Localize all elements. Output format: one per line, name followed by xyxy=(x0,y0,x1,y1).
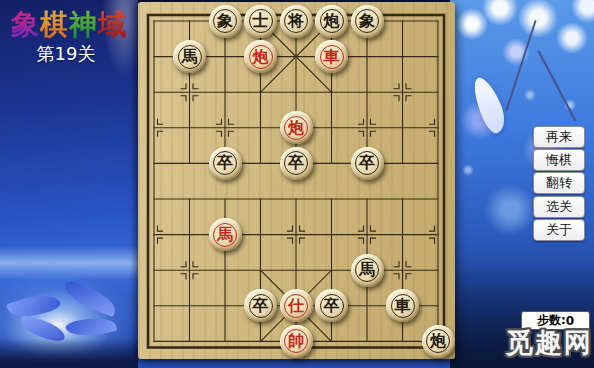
app-title: 象棋神域 xyxy=(4,6,134,44)
piece-ring: 車 xyxy=(391,294,415,318)
piece-character: 車 xyxy=(395,297,411,313)
piece-character: 象 xyxy=(359,13,375,29)
piece-black-general[interactable]: 将 xyxy=(280,5,313,38)
piece-black-advisor[interactable]: 士 xyxy=(244,5,277,38)
piece-black-elephant[interactable]: 象 xyxy=(351,5,384,38)
piece-ring: 卒 xyxy=(284,151,308,175)
piece-ring: 炮 xyxy=(320,9,344,33)
title-char: 神 xyxy=(69,8,98,41)
watermark: 觅趣网 xyxy=(506,325,593,361)
piece-black-cannon[interactable]: 炮 xyxy=(422,325,455,358)
piece-red-general[interactable]: 帥 xyxy=(280,325,313,358)
piece-character: 炮 xyxy=(253,48,269,64)
piece-character: 馬 xyxy=(182,48,198,64)
piece-red-advisor[interactable]: 仕 xyxy=(280,289,313,322)
piece-red-horse[interactable]: 馬 xyxy=(209,218,242,251)
piece-red-chariot[interactable]: 車 xyxy=(315,40,348,73)
piece-ring: 卒 xyxy=(213,151,237,175)
level-label: 第19关 xyxy=(4,42,128,66)
piece-ring: 馬 xyxy=(213,223,237,247)
piece-black-soldier[interactable]: 卒 xyxy=(209,147,242,180)
xiangqi-board[interactable]: 象士将炮象馬炮車炮卒卒卒馬馬卒仕卒車帥炮 xyxy=(138,2,455,359)
button-flip[interactable]: 翻转 xyxy=(533,172,585,194)
piece-ring: 馬 xyxy=(178,45,202,69)
piece-character: 卒 xyxy=(253,297,269,313)
water-shadow xyxy=(0,338,138,368)
piece-ring: 帥 xyxy=(284,329,308,353)
piece-ring: 炮 xyxy=(249,45,273,69)
button-about[interactable]: 关于 xyxy=(533,219,585,241)
piece-black-soldier[interactable]: 卒 xyxy=(351,147,384,180)
piece-character: 車 xyxy=(324,48,340,64)
piece-character: 炮 xyxy=(324,13,340,29)
piece-character: 卒 xyxy=(324,297,340,313)
piece-ring: 将 xyxy=(284,9,308,33)
piece-character: 帥 xyxy=(288,333,304,349)
piece-ring: 卒 xyxy=(249,294,273,318)
title-char: 棋 xyxy=(40,8,69,41)
piece-character: 炮 xyxy=(288,119,304,135)
piece-ring: 馬 xyxy=(355,258,379,282)
piece-ring: 象 xyxy=(213,9,237,33)
title-char: 象 xyxy=(11,8,40,41)
piece-black-horse[interactable]: 馬 xyxy=(351,254,384,287)
piece-character: 卒 xyxy=(217,155,233,171)
button-restart[interactable]: 再来 xyxy=(533,126,585,148)
piece-black-soldier[interactable]: 卒 xyxy=(280,147,313,180)
piece-ring: 炮 xyxy=(426,329,450,353)
piece-ring: 仕 xyxy=(284,294,308,318)
piece-character: 馬 xyxy=(359,262,375,278)
piece-ring: 炮 xyxy=(284,116,308,140)
button-select-level[interactable]: 选关 xyxy=(533,196,585,218)
piece-ring: 車 xyxy=(320,45,344,69)
piece-black-cannon[interactable]: 炮 xyxy=(315,5,348,38)
piece-ring: 象 xyxy=(355,9,379,33)
piece-character: 卒 xyxy=(288,155,304,171)
piece-character: 士 xyxy=(253,13,269,29)
piece-black-horse[interactable]: 馬 xyxy=(173,40,206,73)
piece-red-cannon[interactable]: 炮 xyxy=(244,40,277,73)
piece-character: 象 xyxy=(217,13,233,29)
piece-character: 馬 xyxy=(217,226,233,242)
piece-red-cannon[interactable]: 炮 xyxy=(280,111,313,144)
piece-ring: 卒 xyxy=(320,294,344,318)
piece-ring: 卒 xyxy=(355,151,379,175)
piece-ring: 士 xyxy=(249,9,273,33)
title-char: 域 xyxy=(98,8,127,41)
piece-character: 仕 xyxy=(288,297,304,313)
piece-character: 将 xyxy=(288,13,304,29)
piece-character: 卒 xyxy=(359,155,375,171)
piece-character: 炮 xyxy=(430,333,446,349)
piece-black-elephant[interactable]: 象 xyxy=(209,5,242,38)
button-undo[interactable]: 悔棋 xyxy=(533,149,585,171)
